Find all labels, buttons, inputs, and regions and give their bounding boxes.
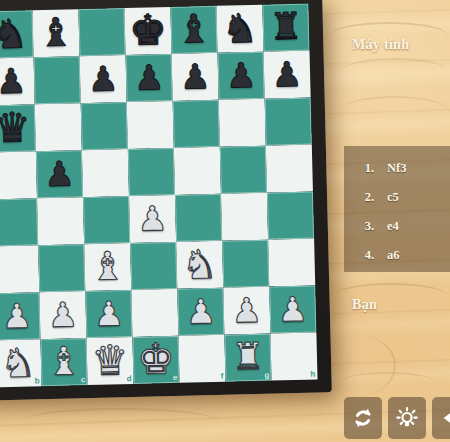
square-g7[interactable]: ♟ <box>218 52 265 100</box>
move-list: 1.Nf32.c53.e44.a6 <box>344 146 450 272</box>
white-knight[interactable]: ♞ <box>0 339 37 386</box>
square-d7[interactable]: ♟ <box>80 55 127 103</box>
square-d8[interactable] <box>78 8 125 56</box>
white-bishop[interactable]: ♝ <box>46 338 82 384</box>
square-d6[interactable] <box>81 102 128 150</box>
square-c3[interactable] <box>38 244 85 292</box>
chess-app-screen: { "game": "chess", "app": { "opponent_la… <box>0 0 450 442</box>
hint-button[interactable] <box>388 397 426 439</box>
square-f6[interactable] <box>173 100 220 148</box>
white-rook[interactable]: ♜ <box>231 335 265 379</box>
file-label-e: e <box>173 374 178 382</box>
restart-button[interactable] <box>344 397 382 439</box>
move-text: e4 <box>387 219 399 234</box>
move-number: 4. <box>344 248 374 263</box>
black-bishop[interactable]: ♝ <box>176 6 212 52</box>
move-row: 2.c5 <box>344 183 450 212</box>
square-g2[interactable]: ♟ <box>223 287 270 335</box>
black-knight[interactable]: ♞ <box>221 4 258 51</box>
black-pawn[interactable]: ♟ <box>0 60 27 101</box>
square-f2[interactable]: ♟ <box>177 288 224 336</box>
square-h1[interactable]: h <box>270 332 317 380</box>
move-number: 1. <box>344 161 374 176</box>
square-b3[interactable] <box>0 245 39 293</box>
file-label-f: f <box>221 373 224 381</box>
square-h6[interactable] <box>265 98 312 146</box>
white-pawn[interactable]: ♟ <box>137 198 168 239</box>
file-label-c: c <box>81 376 86 384</box>
black-pawn[interactable]: ♟ <box>133 57 164 98</box>
square-c6[interactable] <box>35 103 82 151</box>
square-b2[interactable]: ♟ <box>0 292 40 340</box>
square-d5[interactable] <box>82 149 129 197</box>
square-b8[interactable]: ♞ <box>0 10 34 58</box>
square-e4[interactable]: ♟ <box>129 195 176 243</box>
move-number: 2. <box>344 190 374 205</box>
move-number: 3. <box>344 219 374 234</box>
left-arrow-icon <box>438 405 450 431</box>
move-text: Nf3 <box>387 161 406 176</box>
square-g3[interactable] <box>222 240 269 288</box>
square-d4[interactable] <box>83 196 130 244</box>
move-text: c5 <box>387 190 399 205</box>
square-c5[interactable]: ♟ <box>36 150 83 198</box>
black-pawn[interactable]: ♟ <box>44 153 75 194</box>
player-label: Bạn <box>352 297 377 313</box>
black-pawn[interactable]: ♟ <box>225 54 256 95</box>
back-button[interactable] <box>432 397 450 439</box>
file-label-g: g <box>264 372 269 380</box>
move-row: 1.Nf3 <box>344 154 450 183</box>
square-h4[interactable] <box>267 192 314 240</box>
move-row: 4.a6 <box>344 241 450 270</box>
square-b1[interactable]: ♞b <box>0 339 42 387</box>
square-b6[interactable]: ♛ <box>0 104 36 152</box>
white-pawn[interactable]: ♟ <box>47 294 78 335</box>
square-f3[interactable]: ♞ <box>176 241 223 289</box>
square-f1[interactable]: f <box>178 335 225 383</box>
refresh-icon <box>350 405 376 431</box>
white-pawn[interactable]: ♟ <box>185 290 216 331</box>
square-c8[interactable]: ♝ <box>32 9 79 57</box>
square-d3[interactable]: ♝ <box>84 243 131 291</box>
square-h5[interactable] <box>266 145 313 193</box>
move-text: a6 <box>387 248 400 263</box>
white-pawn[interactable]: ♟ <box>277 288 308 329</box>
square-h7[interactable]: ♟ <box>264 51 311 99</box>
square-b7[interactable]: ♟ <box>0 57 35 105</box>
square-e8[interactable]: ♚ <box>124 7 171 55</box>
square-g5[interactable] <box>220 146 267 194</box>
square-c7[interactable] <box>34 56 81 104</box>
square-g4[interactable] <box>221 193 268 241</box>
square-e6[interactable] <box>127 101 174 149</box>
lightbulb-icon <box>394 405 420 431</box>
square-f7[interactable]: ♟ <box>172 53 219 101</box>
white-queen[interactable]: ♛ <box>91 336 129 385</box>
square-d2[interactable]: ♟ <box>85 290 132 338</box>
square-f4[interactable] <box>175 194 222 242</box>
square-h3[interactable] <box>268 239 315 287</box>
square-b5[interactable] <box>0 151 37 199</box>
file-label-d: d <box>126 375 131 383</box>
white-pawn[interactable]: ♟ <box>93 293 124 334</box>
square-c1[interactable]: ♝c <box>40 338 87 386</box>
square-d1[interactable]: ♛d <box>86 337 133 385</box>
file-label-b: b <box>35 377 40 385</box>
square-f8[interactable]: ♝ <box>170 6 217 54</box>
white-pawn[interactable]: ♟ <box>1 295 32 336</box>
square-e2[interactable] <box>131 289 178 337</box>
black-bishop[interactable]: ♝ <box>38 9 74 55</box>
move-row: 3.e4 <box>344 212 450 241</box>
square-e3[interactable] <box>130 242 177 290</box>
black-pawn[interactable]: ♟ <box>87 58 118 99</box>
file-label-h: h <box>310 371 315 379</box>
controls-toolbar <box>344 397 450 439</box>
square-c4[interactable] <box>37 197 84 245</box>
black-queen[interactable]: ♛ <box>0 103 31 152</box>
square-g6[interactable] <box>219 99 266 147</box>
square-e1[interactable]: ♚e <box>132 336 179 384</box>
white-pawn[interactable]: ♟ <box>231 289 262 330</box>
white-king[interactable]: ♚ <box>137 334 176 384</box>
opponent-label: Máy tính <box>352 37 409 53</box>
square-g1[interactable]: ♜g <box>224 334 271 382</box>
square-h2[interactable]: ♟ <box>269 286 316 334</box>
board-grid: ♜♞♝♚♝♞♜♟♟♟♟♟♟♟♛♟♟♝♞♟♟♟♟♟♟♟♜a♞b♝c♛d♚ef♜gh <box>0 4 318 389</box>
square-f5[interactable] <box>174 147 221 195</box>
black-king[interactable]: ♚ <box>129 5 168 55</box>
white-bishop[interactable]: ♝ <box>90 243 126 289</box>
black-pawn[interactable]: ♟ <box>179 56 210 97</box>
square-g8[interactable]: ♞ <box>216 5 263 53</box>
black-knight[interactable]: ♞ <box>0 10 28 57</box>
white-knight[interactable]: ♞ <box>181 240 218 287</box>
square-c2[interactable]: ♟ <box>39 291 86 339</box>
square-e5[interactable] <box>128 148 175 196</box>
black-pawn[interactable]: ♟ <box>271 53 302 94</box>
square-b4[interactable] <box>0 198 38 246</box>
black-rook[interactable]: ♜ <box>269 5 303 49</box>
square-e7[interactable]: ♟ <box>126 54 173 102</box>
square-h8[interactable]: ♜ <box>262 4 309 52</box>
